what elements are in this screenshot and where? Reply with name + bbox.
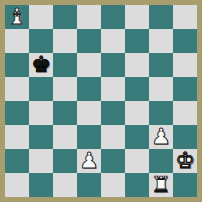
square-b2[interactable] — [29, 149, 53, 173]
square-b7[interactable] — [29, 29, 53, 53]
square-f1[interactable] — [125, 173, 149, 197]
square-e8[interactable] — [101, 5, 125, 29]
white-rook[interactable]: ♜ — [151, 173, 171, 197]
square-b5[interactable] — [29, 77, 53, 101]
square-e2[interactable] — [101, 149, 125, 173]
square-e7[interactable] — [101, 29, 125, 53]
square-b1[interactable] — [29, 173, 53, 197]
square-d6[interactable] — [77, 53, 101, 77]
square-g6[interactable] — [149, 53, 173, 77]
square-a8[interactable]: ♝ — [5, 5, 29, 29]
square-g8[interactable] — [149, 5, 173, 29]
square-h7[interactable] — [173, 29, 197, 53]
square-d1[interactable] — [77, 173, 101, 197]
square-b8[interactable] — [29, 5, 53, 29]
square-d3[interactable] — [77, 125, 101, 149]
square-g2[interactable] — [149, 149, 173, 173]
square-f5[interactable] — [125, 77, 149, 101]
square-g7[interactable] — [149, 29, 173, 53]
square-b4[interactable] — [29, 101, 53, 125]
square-f3[interactable] — [125, 125, 149, 149]
white-pawn[interactable]: ♟ — [79, 149, 99, 173]
square-c2[interactable] — [53, 149, 77, 173]
square-f2[interactable] — [125, 149, 149, 173]
square-g3[interactable]: ♟ — [149, 125, 173, 149]
square-h2[interactable]: ♚ — [173, 149, 197, 173]
square-c6[interactable] — [53, 53, 77, 77]
square-f7[interactable] — [125, 29, 149, 53]
square-b6[interactable]: ♚ — [29, 53, 53, 77]
square-h6[interactable] — [173, 53, 197, 77]
black-king[interactable]: ♚ — [31, 53, 51, 77]
square-h5[interactable] — [173, 77, 197, 101]
square-c8[interactable] — [53, 5, 77, 29]
square-a3[interactable] — [5, 125, 29, 149]
square-d2[interactable]: ♟ — [77, 149, 101, 173]
white-pawn[interactable]: ♟ — [151, 125, 171, 149]
square-c5[interactable] — [53, 77, 77, 101]
square-h3[interactable] — [173, 125, 197, 149]
square-d7[interactable] — [77, 29, 101, 53]
square-e3[interactable] — [101, 125, 125, 149]
square-f6[interactable] — [125, 53, 149, 77]
square-f8[interactable] — [125, 5, 149, 29]
white-bishop[interactable]: ♝ — [7, 5, 27, 29]
square-e5[interactable] — [101, 77, 125, 101]
square-e1[interactable] — [101, 173, 125, 197]
square-a7[interactable] — [5, 29, 29, 53]
square-a1[interactable] — [5, 173, 29, 197]
square-c4[interactable] — [53, 101, 77, 125]
square-c3[interactable] — [53, 125, 77, 149]
square-g1[interactable]: ♜ — [149, 173, 173, 197]
white-king[interactable]: ♚ — [175, 149, 195, 173]
square-h4[interactable] — [173, 101, 197, 125]
square-a4[interactable] — [5, 101, 29, 125]
square-e4[interactable] — [101, 101, 125, 125]
square-b3[interactable] — [29, 125, 53, 149]
square-c1[interactable] — [53, 173, 77, 197]
square-g4[interactable] — [149, 101, 173, 125]
square-a6[interactable] — [5, 53, 29, 77]
square-d8[interactable] — [77, 5, 101, 29]
square-f4[interactable] — [125, 101, 149, 125]
square-g5[interactable] — [149, 77, 173, 101]
square-a5[interactable] — [5, 77, 29, 101]
square-d5[interactable] — [77, 77, 101, 101]
square-h8[interactable] — [173, 5, 197, 29]
square-e6[interactable] — [101, 53, 125, 77]
square-c7[interactable] — [53, 29, 77, 53]
chess-board: ♝♚♟♟♚♜ — [0, 0, 202, 202]
square-h1[interactable] — [173, 173, 197, 197]
square-a2[interactable] — [5, 149, 29, 173]
square-d4[interactable] — [77, 101, 101, 125]
